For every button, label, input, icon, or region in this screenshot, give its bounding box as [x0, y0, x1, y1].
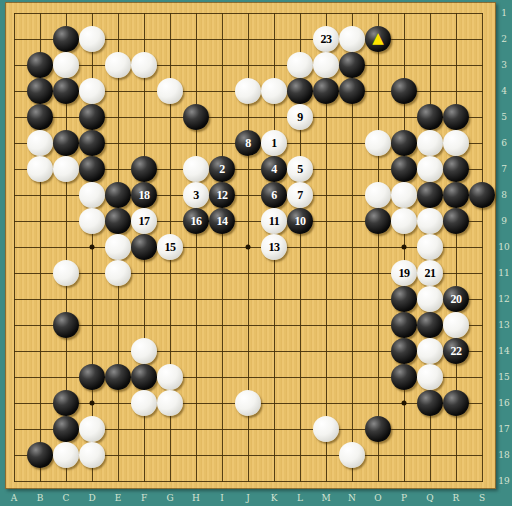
row-label-15: 15 [496, 369, 512, 385]
stone-E15[interactable] [105, 364, 131, 390]
move-number-label: 22 [443, 338, 469, 364]
stone-M3[interactable] [313, 52, 339, 78]
stone-O2[interactable]: ▲ [365, 26, 391, 52]
row-label-6: 6 [496, 135, 512, 151]
stone-H8[interactable]: 3 [183, 182, 209, 208]
stone-G16[interactable] [157, 390, 183, 416]
col-label-C: C [53, 490, 79, 506]
stone-M4[interactable] [313, 78, 339, 104]
row-label-12: 12 [496, 291, 512, 307]
stone-R12[interactable]: 20 [443, 286, 469, 312]
move-number-label: 2 [209, 156, 235, 182]
row-label-19: 19 [496, 473, 512, 489]
grid-line-vertical [378, 13, 379, 482]
stone-C16[interactable] [53, 390, 79, 416]
col-label-L: L [287, 490, 313, 506]
stone-F14[interactable] [131, 338, 157, 364]
move-number-label: 4 [261, 156, 287, 182]
stone-K9[interactable]: 11 [261, 208, 287, 234]
grid-line-horizontal [14, 481, 483, 482]
stone-F9[interactable]: 17 [131, 208, 157, 234]
stone-D15[interactable] [79, 364, 105, 390]
move-number-label: 17 [131, 208, 157, 234]
stone-C18[interactable] [53, 442, 79, 468]
star-point [90, 401, 95, 406]
move-number-label: 16 [183, 208, 209, 234]
stone-P15[interactable] [391, 364, 417, 390]
stone-G15[interactable] [157, 364, 183, 390]
col-label-R: R [443, 490, 469, 506]
stone-K6[interactable]: 1 [261, 130, 287, 156]
stone-Q14[interactable] [417, 338, 443, 364]
stone-P8[interactable] [391, 182, 417, 208]
star-point [90, 245, 95, 250]
stone-R8[interactable] [443, 182, 469, 208]
row-label-8: 8 [496, 187, 512, 203]
stone-L7[interactable]: 5 [287, 156, 313, 182]
move-number-label: 20 [443, 286, 469, 312]
stone-E10[interactable] [105, 234, 131, 260]
stone-F10[interactable] [131, 234, 157, 260]
stone-R14[interactable]: 22 [443, 338, 469, 364]
col-label-J: J [235, 490, 261, 506]
stone-G10[interactable]: 15 [157, 234, 183, 260]
stone-L8[interactable]: 7 [287, 182, 313, 208]
col-label-K: K [261, 490, 287, 506]
grid-line-vertical [482, 13, 483, 482]
stone-F3[interactable] [131, 52, 157, 78]
stone-O9[interactable] [365, 208, 391, 234]
stone-D7[interactable] [79, 156, 105, 182]
stone-L3[interactable] [287, 52, 313, 78]
stone-C2[interactable] [53, 26, 79, 52]
stone-K10[interactable]: 13 [261, 234, 287, 260]
row-label-11: 11 [496, 265, 512, 281]
col-label-G: G [157, 490, 183, 506]
col-label-P: P [391, 490, 417, 506]
move-number-label: 6 [261, 182, 287, 208]
go-board-screenshot: ABCDEFGHIJKLMNOPQRS 12345678910111213141… [0, 0, 512, 506]
stone-J16[interactable] [235, 390, 261, 416]
stone-F8[interactable]: 18 [131, 182, 157, 208]
star-point [246, 245, 251, 250]
move-number-label: 14 [209, 208, 235, 234]
col-label-D: D [79, 490, 105, 506]
stone-Q7[interactable] [417, 156, 443, 182]
stone-F7[interactable] [131, 156, 157, 182]
stone-H9[interactable]: 16 [183, 208, 209, 234]
stone-P4[interactable] [391, 78, 417, 104]
stone-B18[interactable] [27, 442, 53, 468]
col-label-I: I [209, 490, 235, 506]
stone-P12[interactable] [391, 286, 417, 312]
stone-K8[interactable]: 6 [261, 182, 287, 208]
stone-B5[interactable] [27, 104, 53, 130]
stone-B4[interactable] [27, 78, 53, 104]
stone-B6[interactable] [27, 130, 53, 156]
stone-P7[interactable] [391, 156, 417, 182]
stone-P11[interactable]: 19 [391, 260, 417, 286]
stone-K7[interactable]: 4 [261, 156, 287, 182]
stone-O17[interactable] [365, 416, 391, 442]
stone-N2[interactable] [339, 26, 365, 52]
stone-H7[interactable] [183, 156, 209, 182]
row-label-4: 4 [496, 83, 512, 99]
stone-D9[interactable] [79, 208, 105, 234]
row-label-16: 16 [496, 395, 512, 411]
stone-E11[interactable] [105, 260, 131, 286]
stone-C3[interactable] [53, 52, 79, 78]
row-label-17: 17 [496, 421, 512, 437]
stone-D2[interactable] [79, 26, 105, 52]
move-number-label: 5 [287, 156, 313, 182]
stone-R13[interactable] [443, 312, 469, 338]
move-number-label: 9 [287, 104, 313, 130]
row-label-10: 10 [496, 239, 512, 255]
row-label-7: 7 [496, 161, 512, 177]
move-number-label: 7 [287, 182, 313, 208]
stone-P13[interactable] [391, 312, 417, 338]
stone-P14[interactable] [391, 338, 417, 364]
move-number-label: 8 [235, 130, 261, 156]
row-label-1: 1 [496, 5, 512, 21]
stone-R6[interactable] [443, 130, 469, 156]
stone-N18[interactable] [339, 442, 365, 468]
move-number-label: 23 [313, 26, 339, 52]
stone-J4[interactable] [235, 78, 261, 104]
stone-I9[interactable]: 14 [209, 208, 235, 234]
stone-Q8[interactable] [417, 182, 443, 208]
stone-Q6[interactable] [417, 130, 443, 156]
col-label-Q: Q [417, 490, 443, 506]
stone-O6[interactable] [365, 130, 391, 156]
stone-E9[interactable] [105, 208, 131, 234]
move-number-label: 12 [209, 182, 235, 208]
col-label-E: E [105, 490, 131, 506]
row-label-5: 5 [496, 109, 512, 125]
stone-D17[interactable] [79, 416, 105, 442]
stone-D4[interactable] [79, 78, 105, 104]
star-point [402, 245, 407, 250]
stone-F16[interactable] [131, 390, 157, 416]
row-label-18: 18 [496, 447, 512, 463]
stone-O8[interactable] [365, 182, 391, 208]
stone-C4[interactable] [53, 78, 79, 104]
stone-D18[interactable] [79, 442, 105, 468]
col-label-S: S [469, 490, 495, 506]
stone-G4[interactable] [157, 78, 183, 104]
stone-N3[interactable] [339, 52, 365, 78]
stone-D5[interactable] [79, 104, 105, 130]
stone-Q12[interactable] [417, 286, 443, 312]
stone-D6[interactable] [79, 130, 105, 156]
col-label-F: F [131, 490, 157, 506]
stone-I8[interactable]: 12 [209, 182, 235, 208]
move-number-label: 3 [183, 182, 209, 208]
star-point [402, 401, 407, 406]
stone-R7[interactable] [443, 156, 469, 182]
col-label-N: N [339, 490, 365, 506]
row-label-2: 2 [496, 31, 512, 47]
stone-Q11[interactable]: 21 [417, 260, 443, 286]
col-label-H: H [183, 490, 209, 506]
move-number-label: 19 [391, 260, 417, 286]
stone-E3[interactable] [105, 52, 131, 78]
move-number-label: 18 [131, 182, 157, 208]
stone-Q9[interactable] [417, 208, 443, 234]
stone-H5[interactable] [183, 104, 209, 130]
stone-I7[interactable]: 2 [209, 156, 235, 182]
col-label-O: O [365, 490, 391, 506]
stone-F15[interactable] [131, 364, 157, 390]
stone-C6[interactable] [53, 130, 79, 156]
move-number-label: 21 [417, 260, 443, 286]
stone-L9[interactable]: 10 [287, 208, 313, 234]
stone-R16[interactable] [443, 390, 469, 416]
move-number-label: 10 [287, 208, 313, 234]
col-label-M: M [313, 490, 339, 506]
stone-S8[interactable] [469, 182, 495, 208]
stone-C17[interactable] [53, 416, 79, 442]
stone-D8[interactable] [79, 182, 105, 208]
move-number-label: 15 [157, 234, 183, 260]
stone-L4[interactable] [287, 78, 313, 104]
stone-Q15[interactable] [417, 364, 443, 390]
col-label-A: A [1, 490, 27, 506]
move-number-label: 11 [261, 208, 287, 234]
move-number-label: 1 [261, 130, 287, 156]
stone-M17[interactable] [313, 416, 339, 442]
stone-L5[interactable]: 9 [287, 104, 313, 130]
stone-N4[interactable] [339, 78, 365, 104]
row-label-9: 9 [496, 213, 512, 229]
stone-M2[interactable]: 23 [313, 26, 339, 52]
stone-Q16[interactable] [417, 390, 443, 416]
stone-Q5[interactable] [417, 104, 443, 130]
stone-R9[interactable] [443, 208, 469, 234]
stone-J6[interactable]: 8 [235, 130, 261, 156]
stone-Q10[interactable] [417, 234, 443, 260]
row-label-14: 14 [496, 343, 512, 359]
stone-B7[interactable] [27, 156, 53, 182]
row-label-3: 3 [496, 57, 512, 73]
col-label-B: B [27, 490, 53, 506]
triangle-mark-icon: ▲ [365, 25, 391, 51]
move-number-label: 13 [261, 234, 287, 260]
stone-R5[interactable] [443, 104, 469, 130]
stone-C11[interactable] [53, 260, 79, 286]
row-label-13: 13 [496, 317, 512, 333]
stone-B3[interactable] [27, 52, 53, 78]
stone-C7[interactable] [53, 156, 79, 182]
stone-C13[interactable] [53, 312, 79, 338]
stone-P9[interactable] [391, 208, 417, 234]
stone-K4[interactable] [261, 78, 287, 104]
stone-Q13[interactable] [417, 312, 443, 338]
stone-P6[interactable] [391, 130, 417, 156]
stone-E8[interactable] [105, 182, 131, 208]
